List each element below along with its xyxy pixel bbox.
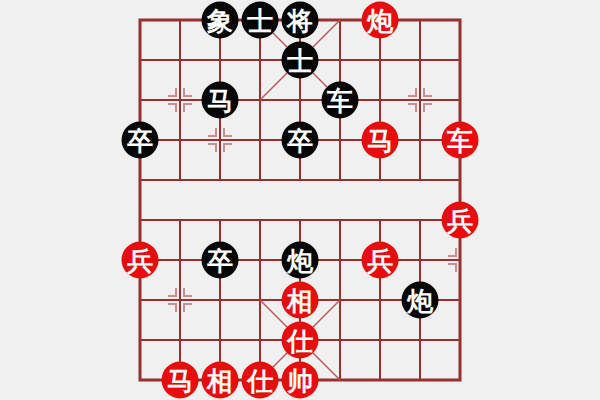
point-a8[interactable]	[120, 280, 160, 320]
point-f7[interactable]	[320, 240, 360, 280]
point-d8[interactable]	[240, 280, 280, 320]
point-f4[interactable]	[320, 120, 360, 160]
piece-red-soldier-a7[interactable]: 兵	[122, 242, 159, 279]
point-i9[interactable]	[440, 320, 480, 360]
point-b1[interactable]	[160, 0, 200, 40]
point-f10[interactable]	[320, 360, 360, 400]
point-h5[interactable]	[400, 160, 440, 200]
point-e9[interactable]: 仕	[280, 320, 320, 360]
point-h2[interactable]	[400, 40, 440, 80]
point-g9[interactable]	[360, 320, 400, 360]
point-e3[interactable]	[280, 80, 320, 120]
xiangqi-app: 象士将炮士马车卒卒马车兵兵卒炮兵相炮仕马相仕帅	[0, 0, 600, 400]
point-a2[interactable]	[120, 40, 160, 80]
point-i8[interactable]	[440, 280, 480, 320]
point-a4[interactable]: 卒	[120, 120, 160, 160]
point-f2[interactable]	[320, 40, 360, 80]
point-c4[interactable]	[200, 120, 240, 160]
point-f3[interactable]: 车	[320, 80, 360, 120]
point-f8[interactable]	[320, 280, 360, 320]
point-d3[interactable]	[240, 80, 280, 120]
point-e5[interactable]	[280, 160, 320, 200]
piece-red-horse-b10[interactable]: 马	[162, 362, 199, 399]
point-h3[interactable]	[400, 80, 440, 120]
point-g5[interactable]	[360, 160, 400, 200]
point-g7[interactable]: 兵	[360, 240, 400, 280]
point-a9[interactable]	[120, 320, 160, 360]
piece-black-horse-c3[interactable]: 马	[202, 82, 239, 119]
point-g6[interactable]	[360, 200, 400, 240]
point-e6[interactable]	[280, 200, 320, 240]
point-i5[interactable]	[440, 160, 480, 200]
point-i7[interactable]	[440, 240, 480, 280]
piece-black-chariot-f3[interactable]: 车	[322, 82, 359, 119]
point-d1[interactable]: 士	[240, 0, 280, 40]
point-a1[interactable]	[120, 0, 160, 40]
point-b7[interactable]	[160, 240, 200, 280]
point-a7[interactable]: 兵	[120, 240, 160, 280]
point-i4[interactable]: 车	[440, 120, 480, 160]
point-g10[interactable]	[360, 360, 400, 400]
point-a3[interactable]	[120, 80, 160, 120]
point-d5[interactable]	[240, 160, 280, 200]
point-c6[interactable]	[200, 200, 240, 240]
point-e7[interactable]: 炮	[280, 240, 320, 280]
point-h6[interactable]	[400, 200, 440, 240]
piece-red-elephant-e8[interactable]: 相	[282, 282, 319, 319]
point-f9[interactable]	[320, 320, 360, 360]
point-h1[interactable]	[400, 0, 440, 40]
point-g4[interactable]: 马	[360, 120, 400, 160]
piece-red-advisor-d10[interactable]: 仕	[242, 362, 279, 399]
point-c10[interactable]: 相	[200, 360, 240, 400]
piece-red-chariot-i4[interactable]: 车	[442, 122, 479, 159]
point-g1[interactable]: 炮	[360, 0, 400, 40]
point-i2[interactable]	[440, 40, 480, 80]
point-a5[interactable]	[120, 160, 160, 200]
point-i6[interactable]: 兵	[440, 200, 480, 240]
point-h7[interactable]	[400, 240, 440, 280]
piece-black-soldier-e4[interactable]: 卒	[282, 122, 319, 159]
point-f6[interactable]	[320, 200, 360, 240]
board-points-grid: 象士将炮士马车卒卒马车兵兵卒炮兵相炮仕马相仕帅	[120, 0, 480, 400]
piece-red-general-e10[interactable]: 帅	[282, 362, 319, 399]
xiangqi-board: 象士将炮士马车卒卒马车兵兵卒炮兵相炮仕马相仕帅	[120, 0, 480, 400]
piece-black-cannon-h8[interactable]: 炮	[402, 282, 439, 319]
piece-red-soldier-g7[interactable]: 兵	[362, 242, 399, 279]
point-e1[interactable]: 将	[280, 0, 320, 40]
point-f5[interactable]	[320, 160, 360, 200]
point-b6[interactable]	[160, 200, 200, 240]
point-b8[interactable]	[160, 280, 200, 320]
point-d6[interactable]	[240, 200, 280, 240]
point-a6[interactable]	[120, 200, 160, 240]
point-b9[interactable]	[160, 320, 200, 360]
piece-black-soldier-c7[interactable]: 卒	[202, 242, 239, 279]
point-g3[interactable]	[360, 80, 400, 120]
point-b5[interactable]	[160, 160, 200, 200]
point-i3[interactable]	[440, 80, 480, 120]
point-d2[interactable]	[240, 40, 280, 80]
piece-red-horse-g4[interactable]: 马	[362, 122, 399, 159]
point-h9[interactable]	[400, 320, 440, 360]
point-d9[interactable]	[240, 320, 280, 360]
point-b2[interactable]	[160, 40, 200, 80]
point-c2[interactable]	[200, 40, 240, 80]
piece-red-soldier-i6[interactable]: 兵	[442, 202, 479, 239]
point-c9[interactable]	[200, 320, 240, 360]
point-b3[interactable]	[160, 80, 200, 120]
point-b4[interactable]	[160, 120, 200, 160]
point-h8[interactable]: 炮	[400, 280, 440, 320]
piece-black-general-e1[interactable]: 将	[282, 2, 319, 39]
point-e2[interactable]: 士	[280, 40, 320, 80]
point-e10[interactable]: 帅	[280, 360, 320, 400]
point-h10[interactable]	[400, 360, 440, 400]
point-g2[interactable]	[360, 40, 400, 80]
point-d10[interactable]: 仕	[240, 360, 280, 400]
point-e4[interactable]: 卒	[280, 120, 320, 160]
piece-black-soldier-a4[interactable]: 卒	[122, 122, 159, 159]
point-f1[interactable]	[320, 0, 360, 40]
piece-black-advisor-e2[interactable]: 士	[282, 42, 319, 79]
point-c3[interactable]: 马	[200, 80, 240, 120]
point-b10[interactable]: 马	[160, 360, 200, 400]
piece-black-cannon-e7[interactable]: 炮	[282, 242, 319, 279]
point-c5[interactable]	[200, 160, 240, 200]
piece-red-cannon-g1[interactable]: 炮	[362, 2, 399, 39]
piece-red-elephant-c10[interactable]: 相	[202, 362, 239, 399]
point-g8[interactable]	[360, 280, 400, 320]
point-d4[interactable]	[240, 120, 280, 160]
point-c8[interactable]	[200, 280, 240, 320]
point-c7[interactable]: 卒	[200, 240, 240, 280]
piece-black-advisor-d1[interactable]: 士	[242, 2, 279, 39]
point-i1[interactable]	[440, 0, 480, 40]
point-a10[interactable]	[120, 360, 160, 400]
point-d7[interactable]	[240, 240, 280, 280]
point-c1[interactable]: 象	[200, 0, 240, 40]
point-e8[interactable]: 相	[280, 280, 320, 320]
point-h4[interactable]	[400, 120, 440, 160]
piece-red-advisor-e9[interactable]: 仕	[282, 322, 319, 359]
piece-black-elephant-c1[interactable]: 象	[202, 2, 239, 39]
point-i10[interactable]	[440, 360, 480, 400]
